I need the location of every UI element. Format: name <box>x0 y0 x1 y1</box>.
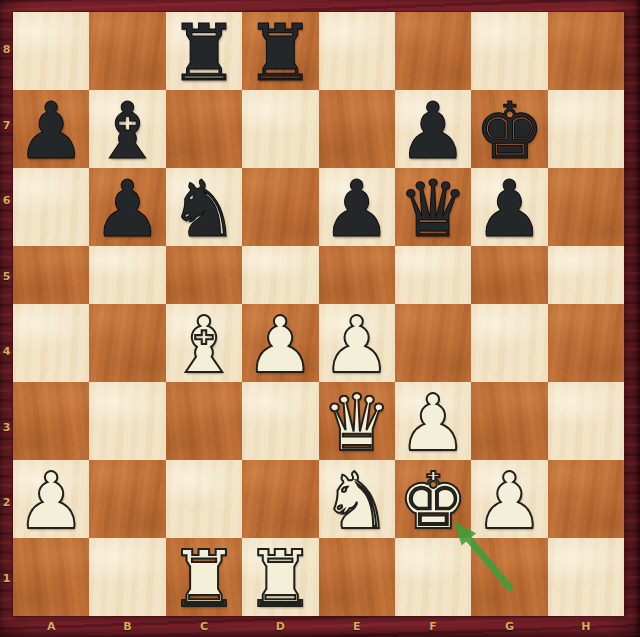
square-f5[interactable] <box>395 246 471 304</box>
piece-black-rook-c8[interactable]: ♜ <box>169 14 239 92</box>
file-label-F: F <box>395 616 471 637</box>
square-b8[interactable] <box>89 12 165 90</box>
square-c5[interactable] <box>166 246 242 304</box>
piece-black-queen-f6[interactable]: ♛ <box>398 170 468 248</box>
file-label-D: D <box>242 616 318 637</box>
square-h8[interactable] <box>548 12 624 90</box>
piece-black-knight-c6[interactable]: ♞ <box>169 170 239 248</box>
square-e2[interactable]: ♞ <box>319 460 395 538</box>
square-e1[interactable] <box>319 538 395 616</box>
square-e3[interactable]: ♛ <box>319 382 395 460</box>
square-a3[interactable] <box>13 382 89 460</box>
rank-label-2: 2 <box>0 465 13 541</box>
piece-white-rook-d1[interactable]: ♜ <box>245 540 315 618</box>
square-g5[interactable] <box>471 246 547 304</box>
square-e5[interactable] <box>319 246 395 304</box>
square-a1[interactable] <box>13 538 89 616</box>
piece-white-king-f2[interactable]: ♚ <box>398 462 468 540</box>
square-f2[interactable]: ♚ <box>395 460 471 538</box>
rank-label-3: 3 <box>0 390 13 466</box>
file-label-C: C <box>166 616 242 637</box>
piece-white-pawn-d4[interactable]: ♟ <box>245 306 315 384</box>
piece-white-rook-c1[interactable]: ♜ <box>169 540 239 618</box>
square-h5[interactable] <box>548 246 624 304</box>
square-a7[interactable]: ♟ <box>13 90 89 168</box>
square-b7[interactable]: ♝ <box>89 90 165 168</box>
square-d1[interactable]: ♜ <box>242 538 318 616</box>
square-d7[interactable] <box>242 90 318 168</box>
square-d6[interactable] <box>242 168 318 246</box>
piece-white-pawn-e4[interactable]: ♟ <box>322 306 392 384</box>
square-f7[interactable]: ♟ <box>395 90 471 168</box>
piece-black-pawn-e6[interactable]: ♟ <box>322 170 392 248</box>
square-f8[interactable] <box>395 12 471 90</box>
square-f4[interactable] <box>395 304 471 382</box>
chess-board-frame: ♜♜♟♝♟♚♟♞♟♛♟♝♟♟♛♟♟♞♚♟♜♜ 87654321ABCDEFGH <box>0 0 640 637</box>
square-d5[interactable] <box>242 246 318 304</box>
piece-black-pawn-g6[interactable]: ♟ <box>474 170 544 248</box>
square-d2[interactable] <box>242 460 318 538</box>
square-h6[interactable] <box>548 168 624 246</box>
piece-black-pawn-b6[interactable]: ♟ <box>93 170 163 248</box>
rank-label-8: 8 <box>0 12 13 88</box>
square-e6[interactable]: ♟ <box>319 168 395 246</box>
file-label-B: B <box>89 616 165 637</box>
square-a8[interactable] <box>13 12 89 90</box>
square-b3[interactable] <box>89 382 165 460</box>
square-c4[interactable]: ♝ <box>166 304 242 382</box>
square-c2[interactable] <box>166 460 242 538</box>
square-c3[interactable] <box>166 382 242 460</box>
square-b4[interactable] <box>89 304 165 382</box>
square-h2[interactable] <box>548 460 624 538</box>
square-c8[interactable]: ♜ <box>166 12 242 90</box>
file-label-H: H <box>548 616 624 637</box>
square-f1[interactable] <box>395 538 471 616</box>
square-g8[interactable] <box>471 12 547 90</box>
file-label-A: A <box>13 616 89 637</box>
square-g3[interactable] <box>471 382 547 460</box>
square-h7[interactable] <box>548 90 624 168</box>
square-c6[interactable]: ♞ <box>166 168 242 246</box>
square-g6[interactable]: ♟ <box>471 168 547 246</box>
square-h1[interactable] <box>548 538 624 616</box>
piece-white-pawn-g2[interactable]: ♟ <box>474 462 544 540</box>
rank-label-4: 4 <box>0 314 13 390</box>
square-b5[interactable] <box>89 246 165 304</box>
piece-black-rook-d8[interactable]: ♜ <box>245 14 315 92</box>
square-b6[interactable]: ♟ <box>89 168 165 246</box>
chess-board[interactable]: ♜♜♟♝♟♚♟♞♟♛♟♝♟♟♛♟♟♞♚♟♜♜ <box>13 12 624 616</box>
piece-white-bishop-c4[interactable]: ♝ <box>169 306 239 384</box>
square-c7[interactable] <box>166 90 242 168</box>
square-e7[interactable] <box>319 90 395 168</box>
piece-white-pawn-f3[interactable]: ♟ <box>398 384 468 462</box>
square-g7[interactable]: ♚ <box>471 90 547 168</box>
rank-label-1: 1 <box>0 541 13 617</box>
square-d8[interactable]: ♜ <box>242 12 318 90</box>
piece-white-queen-e3[interactable]: ♛ <box>322 384 392 462</box>
square-a5[interactable] <box>13 246 89 304</box>
piece-black-pawn-a7[interactable]: ♟ <box>16 92 86 170</box>
piece-black-bishop-b7[interactable]: ♝ <box>93 92 163 170</box>
square-d4[interactable]: ♟ <box>242 304 318 382</box>
square-e8[interactable] <box>319 12 395 90</box>
rank-label-5: 5 <box>0 239 13 315</box>
square-d3[interactable] <box>242 382 318 460</box>
piece-white-knight-e2[interactable]: ♞ <box>322 462 392 540</box>
square-b2[interactable] <box>89 460 165 538</box>
square-h3[interactable] <box>548 382 624 460</box>
square-a2[interactable]: ♟ <box>13 460 89 538</box>
piece-black-pawn-f7[interactable]: ♟ <box>398 92 468 170</box>
rank-label-7: 7 <box>0 88 13 164</box>
piece-black-king-g7[interactable]: ♚ <box>474 92 544 170</box>
square-e4[interactable]: ♟ <box>319 304 395 382</box>
square-f3[interactable]: ♟ <box>395 382 471 460</box>
file-label-E: E <box>319 616 395 637</box>
square-a4[interactable] <box>13 304 89 382</box>
square-b1[interactable] <box>89 538 165 616</box>
square-g4[interactable] <box>471 304 547 382</box>
piece-white-pawn-a2[interactable]: ♟ <box>16 462 86 540</box>
file-label-G: G <box>471 616 547 637</box>
square-g2[interactable]: ♟ <box>471 460 547 538</box>
square-c1[interactable]: ♜ <box>166 538 242 616</box>
square-h4[interactable] <box>548 304 624 382</box>
rank-label-6: 6 <box>0 163 13 239</box>
square-g1[interactable] <box>471 538 547 616</box>
square-f6[interactable]: ♛ <box>395 168 471 246</box>
square-a6[interactable] <box>13 168 89 246</box>
